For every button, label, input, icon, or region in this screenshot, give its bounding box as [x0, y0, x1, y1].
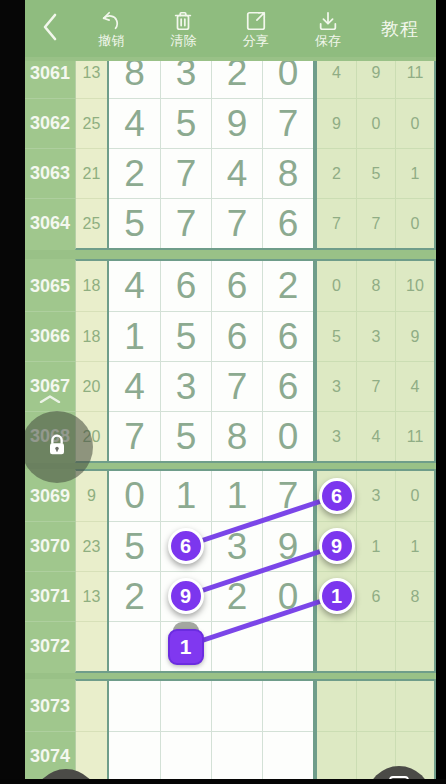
drag-handle-badge[interactable]: 1 [167, 622, 205, 670]
digit-cell[interactable]: 0 [262, 571, 313, 621]
trend-badge[interactable]: 9 [319, 528, 355, 564]
period-cell: 3063 [25, 148, 75, 198]
stat-cell[interactable]: 9 [395, 311, 434, 361]
digit-cell[interactable]: 4 [109, 98, 160, 148]
stat-cell[interactable]: 9 [317, 98, 356, 148]
digit-cell[interactable]: 2 [109, 571, 160, 621]
digit-cell[interactable] [211, 731, 262, 781]
clipped-group-wrap: 3061306230633064132521258320459727485776… [25, 61, 436, 253]
digits-block: 8320459727485776 [107, 61, 315, 250]
digits-block: 011756392920 [107, 469, 315, 673]
stat-cell[interactable] [356, 621, 395, 671]
stat-cell[interactable]: 7 [317, 198, 356, 248]
stat-cell[interactable]: 11 [395, 411, 434, 461]
period-cell: 3071 [25, 571, 75, 621]
period-label: 3064 [30, 213, 70, 234]
toolbar: 撤销 清除 分享 保存 教程 [25, 0, 436, 57]
digit-cell[interactable]: 6 [262, 311, 313, 361]
sum-column: 13252125 [75, 61, 107, 250]
app-screen: 3061306230633064132521258320459727485776… [0, 0, 446, 784]
digit-cell[interactable]: 9 [211, 98, 262, 148]
digit-cell[interactable] [211, 621, 262, 671]
digits-block [107, 679, 315, 784]
sum-cell: 23 [76, 521, 107, 571]
stat-cell[interactable]: 0 [395, 471, 434, 521]
digit-cell[interactable]: 1 [211, 471, 262, 521]
period-cell: 3073 [25, 681, 75, 731]
clear-label: 清除 [170, 34, 196, 48]
stat-cell[interactable]: 0 [395, 98, 434, 148]
trend-grid: 3061306230633064132521258320459727485776… [25, 61, 436, 784]
stat-cell[interactable]: 4 [395, 361, 434, 411]
stat-cell[interactable]: 3 [356, 471, 395, 521]
digit-cell[interactable]: 4 [211, 148, 262, 198]
period-cell: 3062 [25, 98, 75, 148]
screen-edge-right [436, 0, 446, 784]
digit-cell[interactable]: 7 [262, 471, 313, 521]
undo-icon [100, 10, 122, 32]
period-label: 3071 [30, 586, 70, 607]
digit-cell[interactable]: 7 [160, 198, 211, 248]
stat-cell[interactable]: 1 [395, 148, 434, 198]
stat-cell[interactable]: 0 [356, 98, 395, 148]
period-label: 3062 [30, 113, 70, 134]
digit-cell[interactable]: 9 [262, 521, 313, 571]
sum-cell: 9 [76, 471, 107, 521]
digit-cell[interactable] [262, 621, 313, 671]
period-cell: 3065 [25, 261, 75, 311]
digit-cell[interactable]: 5 [160, 311, 211, 361]
stat-cell[interactable]: 5 [317, 311, 356, 361]
save-label: 保存 [315, 34, 341, 48]
clear-button[interactable]: 清除 [147, 0, 219, 57]
sum-column: 92313 [75, 469, 107, 673]
digit-cell[interactable]: 7 [160, 148, 211, 198]
undo-button[interactable]: 撤销 [75, 0, 147, 57]
stat-cell[interactable]: 9 [356, 61, 395, 98]
digit-cell[interactable]: 6 [211, 311, 262, 361]
stat-cell[interactable] [317, 621, 356, 671]
period-label: 3061 [30, 63, 70, 84]
digit-cell[interactable]: 7 [211, 361, 262, 411]
period-label: 3063 [30, 163, 70, 184]
digit-cell[interactable]: 4 [109, 361, 160, 411]
digit-cell[interactable]: 6 [262, 198, 313, 248]
stat-cell[interactable]: 8 [356, 261, 395, 311]
digit-cell[interactable]: 6 [160, 261, 211, 311]
lock-fab[interactable] [21, 411, 93, 483]
period-cell: 3064 [25, 198, 75, 248]
period-column: 3061306230633064 [25, 61, 75, 250]
digit-cell[interactable] [262, 681, 313, 731]
stat-cell[interactable] [356, 681, 395, 731]
digit-cell[interactable]: 2 [211, 61, 262, 98]
sum-cell: 25 [76, 98, 107, 148]
digit-cell[interactable]: 7 [109, 411, 160, 461]
digit-cell[interactable] [160, 681, 211, 731]
period-label: 3072 [30, 636, 70, 657]
stat-cell[interactable]: 3 [317, 361, 356, 411]
digit-cell[interactable] [109, 621, 160, 671]
stat-cell[interactable]: 7 [356, 198, 395, 248]
share-button[interactable]: 分享 [220, 0, 292, 57]
tutorial-label: 教程 [381, 17, 419, 41]
period-cell: 3066 [25, 311, 75, 361]
digit-cell[interactable]: 5 [160, 98, 211, 148]
sum-cell: 21 [76, 148, 107, 198]
digit-cell[interactable]: 0 [109, 471, 160, 521]
stat-cell[interactable] [395, 621, 434, 671]
sum-cell [76, 681, 107, 731]
trend-badge-value: 1 [168, 629, 204, 665]
lock-icon [43, 431, 71, 463]
stats-block: 08105393743411 [315, 259, 436, 463]
sum-column [75, 679, 107, 784]
digit-cell[interactable]: 2 [262, 261, 313, 311]
digit-cell[interactable]: 5 [109, 521, 160, 571]
stat-cell[interactable] [317, 731, 356, 781]
share-icon [245, 10, 267, 32]
undo-label: 撤销 [98, 34, 124, 48]
stat-cell[interactable]: 10 [395, 261, 434, 311]
trend-badge[interactable]: 9 [168, 578, 204, 614]
digit-cell[interactable]: 3 [160, 361, 211, 411]
period-label: 3074 [30, 746, 70, 767]
digit-cell[interactable]: 0 [262, 411, 313, 461]
digit-cell[interactable]: 1 [109, 311, 160, 361]
sum-cell: 13 [76, 571, 107, 621]
digit-cell[interactable]: 5 [109, 198, 160, 248]
tutorial-button[interactable]: 教程 [364, 0, 436, 57]
screen-edge-left [0, 0, 25, 784]
digit-cell[interactable]: 6 [262, 361, 313, 411]
trend-badge[interactable]: 1 [319, 578, 355, 614]
sum-cell: 18 [76, 311, 107, 361]
stat-cell[interactable]: 7 [356, 361, 395, 411]
digit-cell[interactable]: 7 [262, 98, 313, 148]
stat-cell[interactable]: 3 [317, 411, 356, 461]
stats-block [315, 679, 436, 784]
stat-cell[interactable]: 11 [395, 61, 434, 98]
digit-cell[interactable]: 1 [160, 471, 211, 521]
stat-cell[interactable] [395, 681, 434, 731]
download-icon [317, 10, 339, 32]
period-group: 3061306230633064132521258320459727485776… [25, 61, 436, 250]
digit-cell[interactable]: 2 [109, 148, 160, 198]
stat-cell[interactable]: 5 [356, 148, 395, 198]
digit-cell[interactable]: 0 [262, 61, 313, 98]
stat-cell[interactable]: 1 [356, 521, 395, 571]
period-group: 306930703071307292313011756392920301168 [25, 469, 436, 673]
stat-cell[interactable]: 2 [317, 148, 356, 198]
digit-cell[interactable] [262, 731, 313, 781]
period-cell: 3067 [25, 361, 75, 411]
period-column: 3069307030713072 [25, 469, 75, 673]
digit-cell[interactable]: 3 [211, 521, 262, 571]
stats-block: 4911900251770 [315, 61, 436, 250]
period-label: 3066 [30, 326, 70, 347]
period-label: 3070 [30, 536, 70, 557]
sum-cell: 20 [76, 361, 107, 411]
digit-cell[interactable]: 6 [211, 261, 262, 311]
stat-cell[interactable]: 6 [356, 571, 395, 621]
digit-cell[interactable] [160, 731, 211, 781]
trash-icon [172, 10, 194, 32]
period-label: 3065 [30, 276, 70, 297]
period-cell: 3070 [25, 521, 75, 571]
stat-cell[interactable]: 3 [356, 311, 395, 361]
sum-cell: 13 [76, 61, 107, 98]
period-cell: 3061 [25, 61, 75, 98]
period-group: 30733074 [25, 679, 436, 784]
digits-block: 4662156643767580 [107, 259, 315, 463]
period-cell: 3072 [25, 621, 75, 671]
screen-edge-bottom [0, 779, 446, 784]
share-label: 分享 [243, 34, 269, 48]
digit-cell[interactable]: 8 [211, 411, 262, 461]
digit-cell[interactable] [211, 681, 262, 731]
stat-cell[interactable]: 1 [395, 521, 434, 571]
sum-cell [76, 621, 107, 671]
trend-badge[interactable]: 6 [168, 528, 204, 564]
stat-cell[interactable]: 8 [395, 571, 434, 621]
digit-cell[interactable]: 4 [109, 261, 160, 311]
stat-cell[interactable]: 0 [317, 261, 356, 311]
sum-cell: 25 [76, 198, 107, 248]
back-button[interactable] [25, 0, 75, 57]
digit-cell[interactable] [109, 681, 160, 731]
digit-cell[interactable]: 7 [211, 198, 262, 248]
stat-cell[interactable] [317, 681, 356, 731]
save-button[interactable]: 保存 [292, 0, 364, 57]
period-label: 3069 [30, 486, 70, 507]
digit-cell[interactable]: 5 [160, 411, 211, 461]
period-label: 3073 [30, 696, 70, 717]
chevron-left-icon [40, 12, 60, 46]
stat-cell[interactable]: 4 [356, 411, 395, 461]
digit-cell[interactable] [109, 731, 160, 781]
digit-cell[interactable]: 3 [160, 61, 211, 98]
trend-badge[interactable]: 6 [319, 478, 355, 514]
digit-cell[interactable]: 8 [109, 61, 160, 98]
digit-cell[interactable]: 8 [262, 148, 313, 198]
stat-cell[interactable]: 4 [317, 61, 356, 98]
stat-cell[interactable]: 0 [395, 198, 434, 248]
chevron-up-icon [39, 387, 61, 408]
sum-cell: 18 [76, 261, 107, 311]
digit-cell[interactable]: 2 [211, 571, 262, 621]
